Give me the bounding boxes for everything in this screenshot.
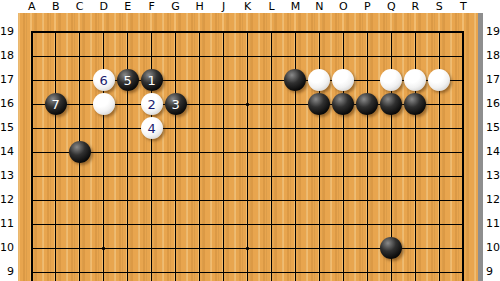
row-label-left-19: 19 [0,25,14,39]
column-label-n: N [307,0,331,13]
row-label-right-10: 10 [486,241,500,255]
row-label-left-18: 18 [0,49,14,63]
grid-line-col-p [367,32,368,281]
stone-number: 7 [52,98,60,111]
row-label-right-14: 14 [486,145,500,159]
column-label-e: E [116,0,140,13]
column-label-q: Q [379,0,403,13]
row-label-right-15: 15 [486,121,500,135]
stone-black-f17: 1 [141,69,163,91]
row-label-left-11: 11 [0,217,14,231]
column-label-k: K [236,0,260,13]
column-label-t: T [451,0,475,13]
stone-white-d17: 6 [93,69,115,91]
grid-line-col-l [271,32,272,281]
grid-line-row-18 [31,56,465,57]
board-shadow [478,13,483,281]
column-label-s: S [427,0,451,13]
row-label-right-16: 16 [486,97,500,111]
stone-number: 2 [147,98,155,111]
grid-line-col-j [223,32,224,281]
row-label-right-11: 11 [486,217,500,231]
column-label-b: B [44,0,68,13]
column-label-p: P [355,0,379,13]
row-label-right-19: 19 [486,25,500,39]
grid-line-col-g [175,32,176,281]
stone-black-c14 [69,141,91,163]
stone-black-b16: 7 [45,93,67,115]
go-diagram: ABCDEFGHJKLMNOPQRST191918181717161615151… [0,0,500,281]
grid-line-row-13 [31,176,465,177]
star-point-d10 [102,247,105,250]
row-label-left-10: 10 [0,241,14,255]
grid-line-row-11 [31,224,465,225]
row-label-left-12: 12 [0,193,14,207]
grid-line-row-19 [31,31,465,33]
row-label-left-15: 15 [0,121,14,135]
row-label-left-17: 17 [0,73,14,87]
grid-line-col-b [55,32,56,281]
row-label-right-18: 18 [486,49,500,63]
grid-line-col-a [31,32,33,281]
row-label-left-16: 16 [0,97,14,111]
grid-line-col-h [199,32,200,281]
column-label-m: M [283,0,307,13]
row-label-left-9: 9 [0,265,14,279]
grid-line-row-14 [31,152,465,153]
column-label-a: A [20,0,44,13]
stone-number: 3 [171,98,179,111]
column-label-r: R [403,0,427,13]
column-label-h: H [188,0,212,13]
stone-number: 6 [99,74,107,87]
stone-number: 4 [147,122,155,135]
column-label-c: C [68,0,92,13]
row-label-right-9: 9 [486,265,500,279]
grid-line-col-t [462,32,464,281]
column-label-j: J [212,0,236,13]
row-label-right-12: 12 [486,193,500,207]
column-label-g: G [164,0,188,13]
column-label-o: O [331,0,355,13]
grid-line-row-12 [31,200,465,201]
stone-white-f15: 4 [141,117,163,139]
column-label-l: L [260,0,284,13]
stone-number: 1 [147,74,155,87]
stone-black-g16: 3 [165,93,187,115]
column-label-d: D [92,0,116,13]
star-point-k10 [246,247,249,250]
grid-line-row-15 [31,128,465,129]
row-label-left-14: 14 [0,145,14,159]
stone-white-d16 [93,93,115,115]
row-label-right-13: 13 [486,169,500,183]
grid-line-col-k [247,32,248,281]
grid-line-row-9 [31,272,465,273]
stone-black-e17: 5 [117,69,139,91]
row-label-left-13: 13 [0,169,14,183]
row-label-right-17: 17 [486,73,500,87]
star-point-k16 [246,103,249,106]
column-label-f: F [140,0,164,13]
stone-number: 5 [123,74,131,87]
stone-white-f16: 2 [141,93,163,115]
